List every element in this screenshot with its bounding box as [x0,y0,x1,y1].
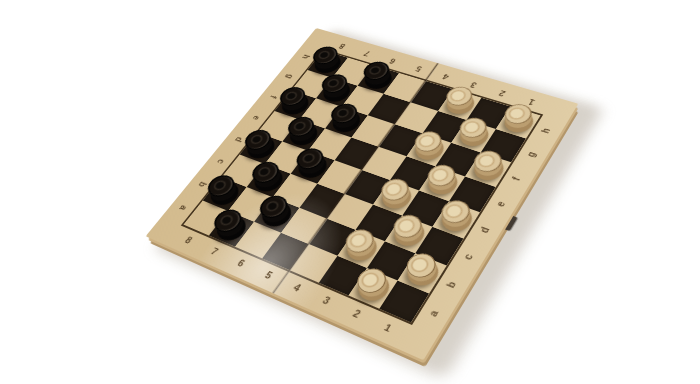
file-label-c-near: c [458,249,479,266]
rank-label-4-left: 4 [286,280,306,297]
rank-label-7-left: 7 [204,244,223,260]
file-label-h-near: h [537,124,556,138]
rank-label-6-left: 6 [230,256,250,272]
file-label-d-near: d [475,222,495,238]
rank-label-1-left: 1 [376,319,397,337]
board-face: aabbccddeeffgghh1122334455667788 [146,28,579,360]
rank-label-5-left: 5 [258,267,278,284]
product-photo-scene: aabbccddeeffgghh1122334455667788 [0,0,700,384]
file-label-a-near: a [423,305,444,323]
rank-label-3-left: 3 [315,292,336,309]
rank-label-4-right: 4 [437,70,455,82]
file-label-e-near: e [491,196,511,212]
rank-label-7-right: 7 [358,47,375,59]
rank-label-8-left: 8 [178,233,197,248]
rank-label-5-right: 5 [410,62,428,74]
file-label-b-near: b [441,276,462,294]
rank-label-2-left: 2 [345,305,366,323]
file-label-g-near: g [522,147,541,161]
file-label-f-near: f [507,172,527,187]
rank-label-2-right: 2 [493,86,511,99]
